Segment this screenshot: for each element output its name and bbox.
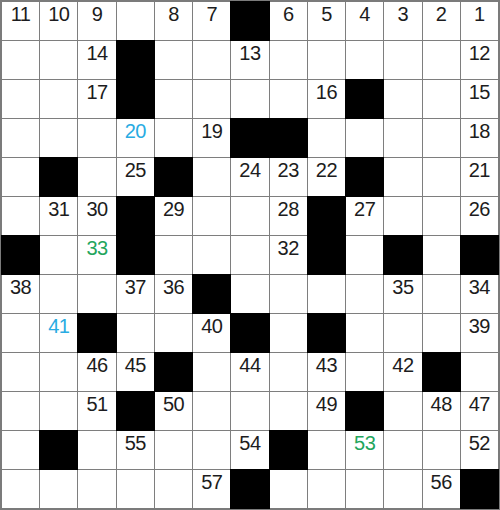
cell-r13c11[interactable] xyxy=(384,470,421,508)
cell-r4c2[interactable] xyxy=(40,119,77,157)
cell-r13c12[interactable]: 56 xyxy=(423,470,460,508)
clue-number: 45 xyxy=(125,353,146,376)
cell-r9c12[interactable] xyxy=(423,314,460,352)
cell-r8c13[interactable]: 34 xyxy=(461,275,498,313)
crossword-board: 1110987654321141312171615201918252423222… xyxy=(0,0,500,510)
block-cell-r9c9 xyxy=(308,314,345,352)
cell-r11c3[interactable]: 51 xyxy=(78,392,115,430)
clue-number: 47 xyxy=(469,392,490,415)
cell-r10c9[interactable]: 43 xyxy=(308,353,345,391)
cell-r11c13[interactable]: 47 xyxy=(461,392,498,430)
cell-r3c12[interactable] xyxy=(423,80,460,118)
cell-r3c8[interactable] xyxy=(270,80,307,118)
clue-number: 55 xyxy=(125,431,146,454)
clue-number: 25 xyxy=(125,158,146,181)
clue-number: 23 xyxy=(278,158,299,181)
cell-r4c9[interactable] xyxy=(308,119,345,157)
cell-r7c7[interactable] xyxy=(231,236,268,274)
cell-r5c6[interactable] xyxy=(193,158,230,196)
cell-r2c3[interactable]: 14 xyxy=(78,41,115,79)
cell-r1c12[interactable]: 2 xyxy=(423,2,460,40)
clue-number: 21 xyxy=(469,158,490,181)
cell-r5c7[interactable]: 24 xyxy=(231,158,268,196)
clue-number: 20 xyxy=(125,119,146,142)
cell-r5c11[interactable] xyxy=(384,158,421,196)
clue-number: 41 xyxy=(48,314,69,337)
cell-r8c2[interactable] xyxy=(40,275,77,313)
cell-r6c7[interactable] xyxy=(231,197,268,235)
clue-number: 32 xyxy=(278,236,299,259)
cell-r13c1[interactable] xyxy=(2,470,39,508)
cell-r6c10[interactable]: 27 xyxy=(346,197,383,235)
cell-r11c12[interactable]: 48 xyxy=(423,392,460,430)
clue-number: 43 xyxy=(316,353,337,376)
clue-number: 1 xyxy=(474,2,485,25)
cell-r13c8[interactable] xyxy=(270,470,307,508)
block-cell-r7c1 xyxy=(2,236,39,274)
block-cell-r12c8 xyxy=(270,431,307,469)
clue-number: 38 xyxy=(10,275,31,298)
cell-r9c6[interactable]: 40 xyxy=(193,314,230,352)
cell-r13c6[interactable]: 57 xyxy=(193,470,230,508)
block-cell-r10c12 xyxy=(423,353,460,391)
cell-r2c6[interactable] xyxy=(193,41,230,79)
clue-number: 33 xyxy=(86,236,107,259)
cell-r5c1[interactable] xyxy=(2,158,39,196)
cell-r13c10[interactable] xyxy=(346,470,383,508)
clue-number: 14 xyxy=(86,41,107,64)
block-cell-r12c2 xyxy=(40,431,77,469)
cell-r1c10[interactable]: 4 xyxy=(346,2,383,40)
cell-r1c6[interactable]: 7 xyxy=(193,2,230,40)
clue-number: 19 xyxy=(201,119,222,142)
block-cell-r4c7 xyxy=(231,119,268,157)
cell-r3c3[interactable]: 17 xyxy=(78,80,115,118)
block-cell-r10c5 xyxy=(155,353,192,391)
clue-number: 9 xyxy=(92,2,103,25)
block-cell-r5c2 xyxy=(40,158,77,196)
cell-r8c7[interactable] xyxy=(231,275,268,313)
cell-r10c11[interactable]: 42 xyxy=(384,353,421,391)
cell-r2c8[interactable] xyxy=(270,41,307,79)
cell-r5c12[interactable] xyxy=(423,158,460,196)
cell-r11c9[interactable]: 49 xyxy=(308,392,345,430)
block-cell-r8c6 xyxy=(193,275,230,313)
clue-number: 6 xyxy=(283,2,294,25)
clue-number: 31 xyxy=(48,197,69,220)
cell-r12c9[interactable] xyxy=(308,431,345,469)
cell-r12c10[interactable]: 53 xyxy=(346,431,383,469)
cell-r1c3[interactable]: 9 xyxy=(78,2,115,40)
cell-r1c8[interactable]: 6 xyxy=(270,2,307,40)
cell-r12c5[interactable] xyxy=(155,431,192,469)
clue-number: 4 xyxy=(359,2,370,25)
cell-r12c4[interactable]: 55 xyxy=(117,431,154,469)
cell-r3c9[interactable]: 16 xyxy=(308,80,345,118)
clue-number: 24 xyxy=(239,158,260,181)
block-cell-r7c4 xyxy=(117,236,154,274)
cell-r13c4[interactable] xyxy=(117,470,154,508)
cell-r2c11[interactable] xyxy=(384,41,421,79)
cell-r6c13[interactable]: 26 xyxy=(461,197,498,235)
clue-number: 12 xyxy=(469,41,490,64)
cell-r10c13[interactable] xyxy=(461,353,498,391)
cell-r13c3[interactable] xyxy=(78,470,115,508)
cell-r1c1[interactable]: 11 xyxy=(2,2,39,40)
cell-r12c7[interactable]: 54 xyxy=(231,431,268,469)
cell-r4c10[interactable] xyxy=(346,119,383,157)
block-cell-r5c10 xyxy=(346,158,383,196)
clue-number: 16 xyxy=(316,80,337,103)
cell-r12c1[interactable] xyxy=(2,431,39,469)
cell-r11c11[interactable] xyxy=(384,392,421,430)
cell-r8c3[interactable] xyxy=(78,275,115,313)
clue-number: 28 xyxy=(278,197,299,220)
block-cell-r3c4 xyxy=(117,80,154,118)
cell-r4c12[interactable] xyxy=(423,119,460,157)
cell-r11c5[interactable]: 50 xyxy=(155,392,192,430)
cell-r8c11[interactable]: 35 xyxy=(384,275,421,313)
cell-r4c6[interactable]: 19 xyxy=(193,119,230,157)
cell-r5c3[interactable] xyxy=(78,158,115,196)
cell-r7c5[interactable] xyxy=(155,236,192,274)
block-cell-r7c9 xyxy=(308,236,345,274)
block-cell-r13c7 xyxy=(231,470,268,508)
clue-number: 35 xyxy=(392,275,413,298)
block-cell-r4c8 xyxy=(270,119,307,157)
clue-number: 48 xyxy=(431,392,452,415)
cell-r2c10[interactable] xyxy=(346,41,383,79)
clue-number: 18 xyxy=(469,119,490,142)
cell-r6c6[interactable] xyxy=(193,197,230,235)
clue-number: 30 xyxy=(86,197,107,220)
block-cell-r11c4 xyxy=(117,392,154,430)
cell-r11c6[interactable] xyxy=(193,392,230,430)
clue-number: 11 xyxy=(11,2,31,25)
cell-r10c2[interactable] xyxy=(40,353,77,391)
clue-number: 54 xyxy=(239,431,260,454)
block-cell-r5c5 xyxy=(155,158,192,196)
cell-r7c2[interactable] xyxy=(40,236,77,274)
cell-r11c2[interactable] xyxy=(40,392,77,430)
cell-r3c7[interactable] xyxy=(231,80,268,118)
cell-r9c10[interactable] xyxy=(346,314,383,352)
cell-r4c13[interactable]: 18 xyxy=(461,119,498,157)
clue-number: 26 xyxy=(469,197,490,220)
cell-r7c3[interactable]: 33 xyxy=(78,236,115,274)
cell-r4c1[interactable] xyxy=(2,119,39,157)
clue-number: 29 xyxy=(163,197,184,220)
clue-number: 15 xyxy=(469,80,490,103)
cell-r1c5[interactable]: 8 xyxy=(155,2,192,40)
cell-r9c2[interactable]: 41 xyxy=(40,314,77,352)
cell-r3c5[interactable] xyxy=(155,80,192,118)
clue-number: 50 xyxy=(163,392,184,415)
block-cell-r2c4 xyxy=(117,41,154,79)
cell-r3c1[interactable] xyxy=(2,80,39,118)
block-cell-r3c10 xyxy=(346,80,383,118)
clue-number: 57 xyxy=(201,470,222,493)
cell-r10c4[interactable]: 45 xyxy=(117,353,154,391)
cell-r13c2[interactable] xyxy=(40,470,77,508)
cell-r6c12[interactable] xyxy=(423,197,460,235)
cell-r3c6[interactable] xyxy=(193,80,230,118)
cell-r1c2[interactable]: 10 xyxy=(40,2,77,40)
cell-r10c7[interactable]: 44 xyxy=(231,353,268,391)
clue-number: 34 xyxy=(469,275,490,298)
cell-r1c9[interactable]: 5 xyxy=(308,2,345,40)
cell-r9c11[interactable] xyxy=(384,314,421,352)
cell-r8c4[interactable]: 37 xyxy=(117,275,154,313)
clue-number: 42 xyxy=(392,353,413,376)
clue-number: 53 xyxy=(354,431,375,454)
cell-r12c13[interactable]: 52 xyxy=(461,431,498,469)
cell-r2c5[interactable] xyxy=(155,41,192,79)
cell-r11c1[interactable] xyxy=(2,392,39,430)
cell-r12c6[interactable] xyxy=(193,431,230,469)
cell-r1c4[interactable] xyxy=(117,2,154,40)
block-cell-r1c7 xyxy=(231,2,268,40)
cell-r2c7[interactable]: 13 xyxy=(231,41,268,79)
cell-r7c8[interactable]: 32 xyxy=(270,236,307,274)
cell-r1c13[interactable]: 1 xyxy=(461,2,498,40)
cell-r3c13[interactable]: 15 xyxy=(461,80,498,118)
cell-r9c4[interactable] xyxy=(117,314,154,352)
cell-r2c9[interactable] xyxy=(308,41,345,79)
cell-r13c5[interactable] xyxy=(155,470,192,508)
cell-r3c2[interactable] xyxy=(40,80,77,118)
cell-r2c2[interactable] xyxy=(40,41,77,79)
cell-r7c12[interactable] xyxy=(423,236,460,274)
clue-number: 56 xyxy=(431,470,452,493)
block-cell-r11c10 xyxy=(346,392,383,430)
cell-r6c3[interactable]: 30 xyxy=(78,197,115,235)
cell-r11c8[interactable] xyxy=(270,392,307,430)
clue-number: 46 xyxy=(86,353,107,376)
cell-r5c9[interactable]: 22 xyxy=(308,158,345,196)
clue-number: 10 xyxy=(48,2,69,25)
clue-number: 49 xyxy=(316,392,337,415)
block-cell-r9c7 xyxy=(231,314,268,352)
clue-number: 27 xyxy=(354,197,375,220)
clue-number: 17 xyxy=(86,80,107,103)
cell-r9c5[interactable] xyxy=(155,314,192,352)
cell-r6c1[interactable] xyxy=(2,197,39,235)
clue-number: 37 xyxy=(125,275,146,298)
clue-number: 36 xyxy=(163,275,184,298)
cell-r10c8[interactable] xyxy=(270,353,307,391)
cell-r9c8[interactable] xyxy=(270,314,307,352)
cell-r12c11[interactable] xyxy=(384,431,421,469)
cell-r7c6[interactable] xyxy=(193,236,230,274)
cell-r2c12[interactable] xyxy=(423,41,460,79)
cell-r9c1[interactable] xyxy=(2,314,39,352)
cell-r8c9[interactable] xyxy=(308,275,345,313)
cell-r13c9[interactable] xyxy=(308,470,345,508)
cell-r10c10[interactable] xyxy=(346,353,383,391)
clue-number: 52 xyxy=(469,431,490,454)
cell-r7c10[interactable] xyxy=(346,236,383,274)
cell-r1c11[interactable]: 3 xyxy=(384,2,421,40)
cell-r10c1[interactable] xyxy=(2,353,39,391)
cell-r8c8[interactable] xyxy=(270,275,307,313)
cell-r8c1[interactable]: 38 xyxy=(2,275,39,313)
clue-number: 40 xyxy=(201,314,222,337)
cell-r11c7[interactable] xyxy=(231,392,268,430)
clue-number: 39 xyxy=(469,314,490,337)
cell-r2c1[interactable] xyxy=(2,41,39,79)
clue-number: 5 xyxy=(321,2,332,25)
cell-r2c13[interactable]: 12 xyxy=(461,41,498,79)
cell-r4c4[interactable]: 20 xyxy=(117,119,154,157)
clue-number: 7 xyxy=(206,2,217,25)
cell-r8c12[interactable] xyxy=(423,275,460,313)
cell-r8c5[interactable]: 36 xyxy=(155,275,192,313)
cell-r6c5[interactable]: 29 xyxy=(155,197,192,235)
cell-r9c13[interactable]: 39 xyxy=(461,314,498,352)
cell-r4c11[interactable] xyxy=(384,119,421,157)
block-cell-r7c11 xyxy=(384,236,421,274)
clue-number: 3 xyxy=(398,2,409,25)
cell-r6c8[interactable]: 28 xyxy=(270,197,307,235)
cell-r12c3[interactable] xyxy=(78,431,115,469)
block-cell-r6c9 xyxy=(308,197,345,235)
clue-number: 13 xyxy=(239,41,260,64)
clue-number: 51 xyxy=(86,392,107,415)
clue-number: 2 xyxy=(436,2,447,25)
cell-r6c2[interactable]: 31 xyxy=(40,197,77,235)
block-cell-r13c13 xyxy=(461,470,498,508)
cell-r10c3[interactable]: 46 xyxy=(78,353,115,391)
cell-r3c11[interactable] xyxy=(384,80,421,118)
cell-r5c13[interactable]: 21 xyxy=(461,158,498,196)
cell-r12c12[interactable] xyxy=(423,431,460,469)
cell-r5c8[interactable]: 23 xyxy=(270,158,307,196)
block-cell-r6c4 xyxy=(117,197,154,235)
cell-r10c6[interactable] xyxy=(193,353,230,391)
block-cell-r9c3 xyxy=(78,314,115,352)
clue-number: 8 xyxy=(168,2,179,25)
cell-r8c10[interactable] xyxy=(346,275,383,313)
clue-number: 44 xyxy=(239,353,260,376)
cell-r6c11[interactable] xyxy=(384,197,421,235)
block-cell-r7c13 xyxy=(461,236,498,274)
cell-r5c4[interactable]: 25 xyxy=(117,158,154,196)
clue-number: 22 xyxy=(316,158,337,181)
cell-r4c3[interactable] xyxy=(78,119,115,157)
cell-r4c5[interactable] xyxy=(155,119,192,157)
